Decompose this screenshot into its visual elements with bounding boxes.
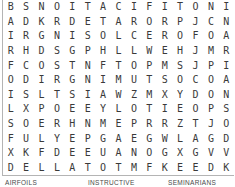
grid-cell-r11c13[interactable]: G [188, 146, 203, 161]
grid-cell-r12c11[interactable]: K [157, 160, 172, 175]
grid-cell-r5c13[interactable]: J [188, 58, 203, 73]
grid-cell-r11c7[interactable]: U [95, 146, 110, 161]
grid-cell-r10c8[interactable]: A [111, 131, 126, 146]
grid-cell-r5c9[interactable]: O [126, 58, 141, 73]
grid-cell-r1c1[interactable]: B [3, 0, 18, 15]
grid-cell-r3c9[interactable]: C [126, 29, 141, 44]
grid-cell-r12c5[interactable]: A [65, 160, 80, 175]
grid-cell-r1c13[interactable]: O [188, 0, 203, 15]
grid-cell-r7c15[interactable]: N [219, 87, 234, 102]
grid-cell-r1c14[interactable]: N [203, 0, 218, 15]
grid-cell-r10c11[interactable]: W [157, 131, 172, 146]
grid-cell-r8c4[interactable]: O [49, 102, 64, 117]
grid-cell-r9c3[interactable]: E [34, 117, 49, 132]
grid-cell-r6c15[interactable]: A [219, 73, 234, 88]
grid-cell-r3c13[interactable]: F [188, 29, 203, 44]
grid-cell-r5c4[interactable]: S [49, 58, 64, 73]
grid-cell-r1c4[interactable]: O [49, 0, 64, 15]
grid-cell-r12c14[interactable]: D [203, 160, 218, 175]
grid-cell-r9c13[interactable]: T [188, 117, 203, 132]
grid-cell-r9c15[interactable]: O [219, 117, 234, 132]
grid-cell-r4c13[interactable]: J [188, 44, 203, 59]
grid-cell-r11c1[interactable]: X [3, 146, 18, 161]
grid-cell-r6c7[interactable]: I [95, 73, 110, 88]
grid-cell-r12c1[interactable]: D [3, 160, 18, 175]
grid-cell-r6c6[interactable]: N [80, 73, 95, 88]
grid-cell-r2c13[interactable]: J [188, 15, 203, 30]
grid-cell-r4c15[interactable]: R [219, 44, 234, 59]
grid-cell-r11c2[interactable]: K [18, 146, 33, 161]
grid-cell-r11c4[interactable]: D [49, 146, 64, 161]
word-list-item-seminarians: SEMINARIANS [168, 178, 216, 187]
grid-cell-r7c4[interactable]: T [49, 87, 64, 102]
grid-cell-r9c1[interactable]: S [3, 117, 18, 132]
grid-cell-r11c6[interactable]: E [80, 146, 95, 161]
grid-cell-r8c1[interactable]: L [3, 102, 18, 117]
grid-cell-r11c14[interactable]: V [203, 146, 218, 161]
grid-cell-r8c9[interactable]: O [126, 102, 141, 117]
grid-cell-r2c11[interactable]: R [157, 15, 172, 30]
grid-cell-r10c6[interactable]: P [80, 131, 95, 146]
grid-cell-r11c10[interactable]: O [142, 146, 157, 161]
grid-cell-r12c8[interactable]: T [111, 160, 126, 175]
grid-cell-r5c14[interactable]: P [203, 58, 218, 73]
grid-cell-r8c2[interactable]: X [18, 102, 33, 117]
grid-cell-r4c2[interactable]: H [18, 44, 33, 59]
grid-cell-r4c5[interactable]: G [65, 44, 80, 59]
grid-cell-r1c11[interactable]: I [157, 0, 172, 15]
grid-cell-r1c6[interactable]: T [80, 0, 95, 15]
grid-cell-r1c8[interactable]: C [111, 0, 126, 15]
grid-cell-r2c4[interactable]: R [49, 15, 64, 30]
grid-cell-r3c11[interactable]: R [157, 29, 172, 44]
grid-cell-r9c12[interactable]: Z [172, 117, 187, 132]
grid-cell-r6c2[interactable]: D [18, 73, 33, 88]
grid-cell-r2c8[interactable]: A [111, 15, 126, 30]
grid-cell-r2c12[interactable]: P [172, 15, 187, 30]
grid-cell-r8c12[interactable]: E [172, 102, 187, 117]
grid-cell-r11c8[interactable]: A [111, 146, 126, 161]
grid-cell-r10c7[interactable]: G [95, 131, 110, 146]
grid-cell-r8c7[interactable]: Y [95, 102, 110, 117]
grid-cell-r10c5[interactable]: E [65, 131, 80, 146]
grid-cell-r4c7[interactable]: H [95, 44, 110, 59]
grid-cell-r5c8[interactable]: T [111, 58, 126, 73]
grid-cell-r2c6[interactable]: E [80, 15, 95, 30]
grid-cell-r5c10[interactable]: P [142, 58, 157, 73]
grid-cell-r6c13[interactable]: C [188, 73, 203, 88]
grid-cell-r9c5[interactable]: H [65, 117, 80, 132]
grid-cell-r10c13[interactable]: A [188, 131, 203, 146]
word-list: AIRFOILS INSTRUCTIVE SEMINARIANS [0, 178, 235, 187]
grid-cell-r4c9[interactable]: L [126, 44, 141, 59]
grid-cell-r12c15[interactable]: K [219, 160, 234, 175]
grid-cell-r10c14[interactable]: G [203, 131, 218, 146]
grid-cell-r4c6[interactable]: P [80, 44, 95, 59]
grid-cell-r12c10[interactable]: F [142, 160, 157, 175]
grid-cell-r7c14[interactable]: O [203, 87, 218, 102]
grid-cell-r5c2[interactable]: C [18, 58, 33, 73]
grid-cell-r7c7[interactable]: A [95, 87, 110, 102]
grid-cell-r5c3[interactable]: O [34, 58, 49, 73]
grid-cell-r10c4[interactable]: Y [49, 131, 64, 146]
grid-cell-r4c10[interactable]: W [142, 44, 157, 59]
grid-cell-r3c5[interactable]: I [65, 29, 80, 44]
word-search-screen: BSNOITACIFITONIADKRDETARORPJCNIRGNISOLCE… [0, 0, 235, 187]
grid-cell-r5c7[interactable]: F [95, 58, 110, 73]
grid-cell-r6c12[interactable]: O [172, 73, 187, 88]
grid-cell-r8c8[interactable]: L [111, 102, 126, 117]
grid-cell-r3c7[interactable]: O [95, 29, 110, 44]
grid-cell-r5c5[interactable]: T [65, 58, 80, 73]
grid-cell-r2c5[interactable]: D [65, 15, 80, 30]
grid-cell-r5c12[interactable]: S [172, 58, 187, 73]
grid-cell-r3c12[interactable]: O [172, 29, 187, 44]
grid-cell-r7c13[interactable]: D [188, 87, 203, 102]
grid-cell-r7c8[interactable]: W [111, 87, 126, 102]
grid-cell-r9c4[interactable]: R [49, 117, 64, 132]
grid-cell-r12c13[interactable]: E [188, 160, 203, 175]
grid-cell-r3c10[interactable]: E [142, 29, 157, 44]
grid-cell-r6c14[interactable]: O [203, 73, 218, 88]
grid-cell-r7c12[interactable]: Y [172, 87, 187, 102]
grid-cell-r4c3[interactable]: D [34, 44, 49, 59]
grid-cell-r12c6[interactable]: T [80, 160, 95, 175]
grid-cell-r11c11[interactable]: G [157, 146, 172, 161]
grid-cell-r7c1[interactable]: I [3, 87, 18, 102]
grid-cell-r6c9[interactable]: U [126, 73, 141, 88]
grid-cell-r12c12[interactable]: E [172, 160, 187, 175]
grid-cell-r10c15[interactable]: D [219, 131, 234, 146]
grid-cell-r4c14[interactable]: M [203, 44, 218, 59]
grid-cell-r5c11[interactable]: M [157, 58, 172, 73]
grid-cell-r10c10[interactable]: G [142, 131, 157, 146]
grid-cell-r10c9[interactable]: E [126, 131, 141, 146]
grid-cell-r2c2[interactable]: D [18, 15, 33, 30]
grid-cell-r3c8[interactable]: L [111, 29, 126, 44]
grid-cell-r9c9[interactable]: P [126, 117, 141, 132]
grid-cell-r3c2[interactable]: R [18, 29, 33, 44]
grid-cell-r11c5[interactable]: E [65, 146, 80, 161]
grid-cell-r5c1[interactable]: F [3, 58, 18, 73]
puzzle-board: BSNOITACIFITONIADKRDETARORPJCNIRGNISOLCE… [2, 0, 234, 176]
grid-cell-r3c15[interactable]: A [219, 29, 234, 44]
grid-cell-r2c9[interactable]: R [126, 15, 141, 30]
grid-cell-r7c2[interactable]: S [18, 87, 33, 102]
grid-cell-r6c5[interactable]: G [65, 73, 80, 88]
grid-cell-r9c6[interactable]: N [80, 117, 95, 132]
grid-cell-r3c3[interactable]: G [34, 29, 49, 44]
grid-cell-r12c3[interactable]: L [34, 160, 49, 175]
grid-cell-r8c3[interactable]: P [34, 102, 49, 117]
grid-cell-r4c12[interactable]: H [172, 44, 187, 59]
word-list-item-instructive: INSTRUCTIVE [88, 178, 135, 187]
grid-cell-r8c6[interactable]: E [80, 102, 95, 117]
grid-cell-r10c3[interactable]: L [34, 131, 49, 146]
grid-cell-r6c10[interactable]: T [142, 73, 157, 88]
grid-cell-r6c1[interactable]: O [3, 73, 18, 88]
grid-cell-r8c10[interactable]: T [142, 102, 157, 117]
grid-cell-r9c11[interactable]: R [157, 117, 172, 132]
grid-cell-r1c7[interactable]: A [95, 0, 110, 15]
grid-cell-r6c4[interactable]: R [49, 73, 64, 88]
grid-cell-r1c9[interactable]: I [126, 0, 141, 15]
grid-cell-r8c13[interactable]: O [188, 102, 203, 117]
grid-cell-r6c3[interactable]: I [34, 73, 49, 88]
grid-cell-r7c11[interactable]: X [157, 87, 172, 102]
word-list-item-airfoils: AIRFOILS [5, 178, 37, 187]
grid-cell-r3c1[interactable]: I [3, 29, 18, 44]
grid-cell-r4c4[interactable]: S [49, 44, 64, 59]
grid-cell-r2c7[interactable]: T [95, 15, 110, 30]
letter-grid[interactable]: BSNOITACIFITONIADKRDETARORPJCNIRGNISOLCE… [3, 0, 234, 175]
grid-cell-r1c15[interactable]: I [219, 0, 234, 15]
grid-cell-r12c7[interactable]: O [95, 160, 110, 175]
grid-cell-r10c1[interactable]: F [3, 131, 18, 146]
grid-cell-r3c4[interactable]: N [49, 29, 64, 44]
grid-cell-r9c14[interactable]: J [203, 117, 218, 132]
grid-cell-r9c8[interactable]: E [111, 117, 126, 132]
grid-cell-r8c15[interactable]: S [219, 102, 234, 117]
grid-cell-r8c11[interactable]: I [157, 102, 172, 117]
grid-cell-r2c14[interactable]: C [203, 15, 218, 30]
grid-cell-r9c10[interactable]: R [142, 117, 157, 132]
grid-cell-r2c1[interactable]: A [3, 15, 18, 30]
grid-cell-r7c3[interactable]: L [34, 87, 49, 102]
grid-cell-r12c2[interactable]: E [18, 160, 33, 175]
grid-cell-r1c2[interactable]: S [18, 0, 33, 15]
grid-cell-r4c8[interactable]: L [111, 44, 126, 59]
grid-cell-r5c15[interactable]: I [219, 58, 234, 73]
grid-cell-r4c1[interactable]: R [3, 44, 18, 59]
grid-cell-r9c7[interactable]: M [95, 117, 110, 132]
grid-cell-r9c2[interactable]: O [18, 117, 33, 132]
grid-cell-r7c10[interactable]: M [142, 87, 157, 102]
grid-cell-r10c2[interactable]: U [18, 131, 33, 146]
grid-cell-r6c11[interactable]: S [157, 73, 172, 88]
grid-cell-r10c12[interactable]: L [172, 131, 187, 146]
grid-cell-r12c4[interactable]: L [49, 160, 64, 175]
grid-cell-r3c6[interactable]: S [80, 29, 95, 44]
grid-cell-r11c9[interactable]: N [126, 146, 141, 161]
grid-cell-r1c3[interactable]: N [34, 0, 49, 15]
grid-cell-r7c9[interactable]: Z [126, 87, 141, 102]
grid-cell-r3c14[interactable]: O [203, 29, 218, 44]
grid-cell-r6c8[interactable]: M [111, 73, 126, 88]
grid-cell-r11c3[interactable]: F [34, 146, 49, 161]
grid-cell-r2c15[interactable]: N [219, 15, 234, 30]
grid-cell-r5c6[interactable]: N [80, 58, 95, 73]
grid-cell-r1c12[interactable]: T [172, 0, 187, 15]
grid-cell-r11c12[interactable]: X [172, 146, 187, 161]
grid-cell-r7c5[interactable]: S [65, 87, 80, 102]
grid-cell-r1c5[interactable]: I [65, 0, 80, 15]
grid-cell-r8c14[interactable]: P [203, 102, 218, 117]
grid-cell-r8c5[interactable]: E [65, 102, 80, 117]
grid-cell-r12c9[interactable]: M [126, 160, 141, 175]
grid-cell-r2c3[interactable]: K [34, 15, 49, 30]
grid-cell-r11c15[interactable]: V [219, 146, 234, 161]
grid-cell-r2c10[interactable]: O [142, 15, 157, 30]
grid-cell-r7c6[interactable]: I [80, 87, 95, 102]
grid-cell-r4c11[interactable]: E [157, 44, 172, 59]
grid-cell-r1c10[interactable]: F [142, 0, 157, 15]
